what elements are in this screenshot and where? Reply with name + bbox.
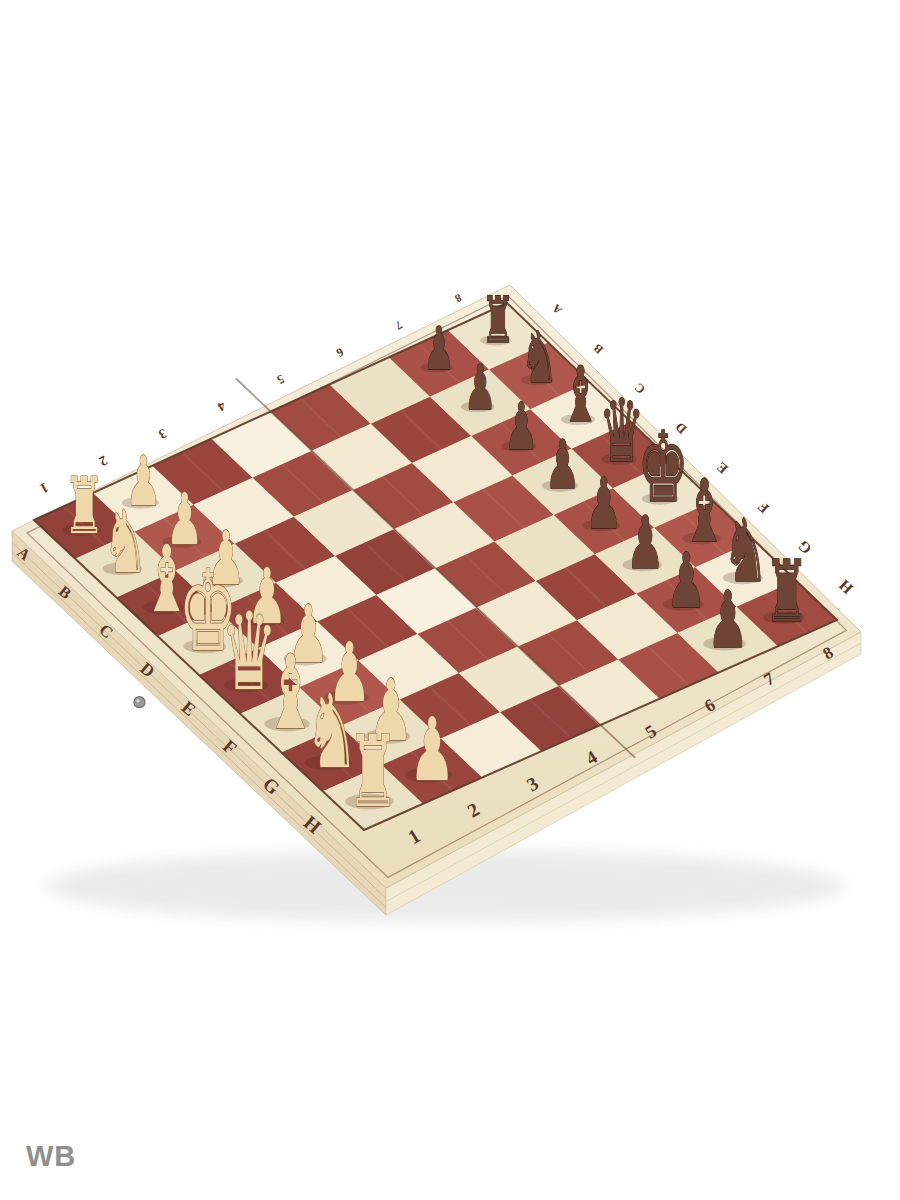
rank-label-5-left: 5 — [275, 372, 287, 387]
rank-label-1-left: 1 — [37, 480, 51, 497]
marketplace-watermark: WB — [26, 1140, 76, 1173]
piece-black-pawn-e7: ♟ — [585, 463, 622, 545]
rank-label-7-left: 7 — [393, 318, 404, 332]
piece-white-pawn-h2: ♟ — [409, 698, 455, 800]
piece-black-pawn-h7: ♟ — [707, 574, 749, 665]
piece-black-rook-a8: ♜ — [481, 283, 515, 356]
piece-white-rook-a1: ♜ — [64, 461, 105, 551]
piece-black-pawn-d7: ♟ — [545, 426, 581, 504]
piece-black-pawn-a7: ♟ — [423, 314, 454, 382]
piece-black-pawn-b7: ♟ — [464, 351, 497, 423]
rank-label-6-left: 6 — [334, 345, 346, 360]
piece-black-pawn-f7: ♟ — [626, 499, 665, 584]
piece-black-knight-b8: ♞ — [521, 316, 558, 399]
rank-label-4-left: 4 — [215, 399, 228, 416]
piece-black-pawn-c7: ♟ — [504, 389, 538, 464]
rank-label-3-left: 3 — [156, 426, 169, 443]
piece-black-rook-h8: ♜ — [764, 541, 809, 640]
metal-latch — [134, 697, 145, 708]
piece-white-rook-h1: ♜ — [347, 715, 399, 829]
file-label-a-far: A — [549, 302, 564, 317]
file-label-h-far: H — [835, 576, 856, 597]
piece-black-pawn-g7: ♟ — [666, 537, 706, 626]
chess-board-scene: AABBCCDDEEFFGGHH1122334455667788♜♟♞♟♝♟♛♟… — [0, 0, 900, 1200]
rank-label-8-left: 8 — [453, 292, 464, 305]
product-photo: AABBCCDDEEFFGGHH1122334455667788♜♟♞♟♝♟♛♟… — [0, 0, 900, 1200]
